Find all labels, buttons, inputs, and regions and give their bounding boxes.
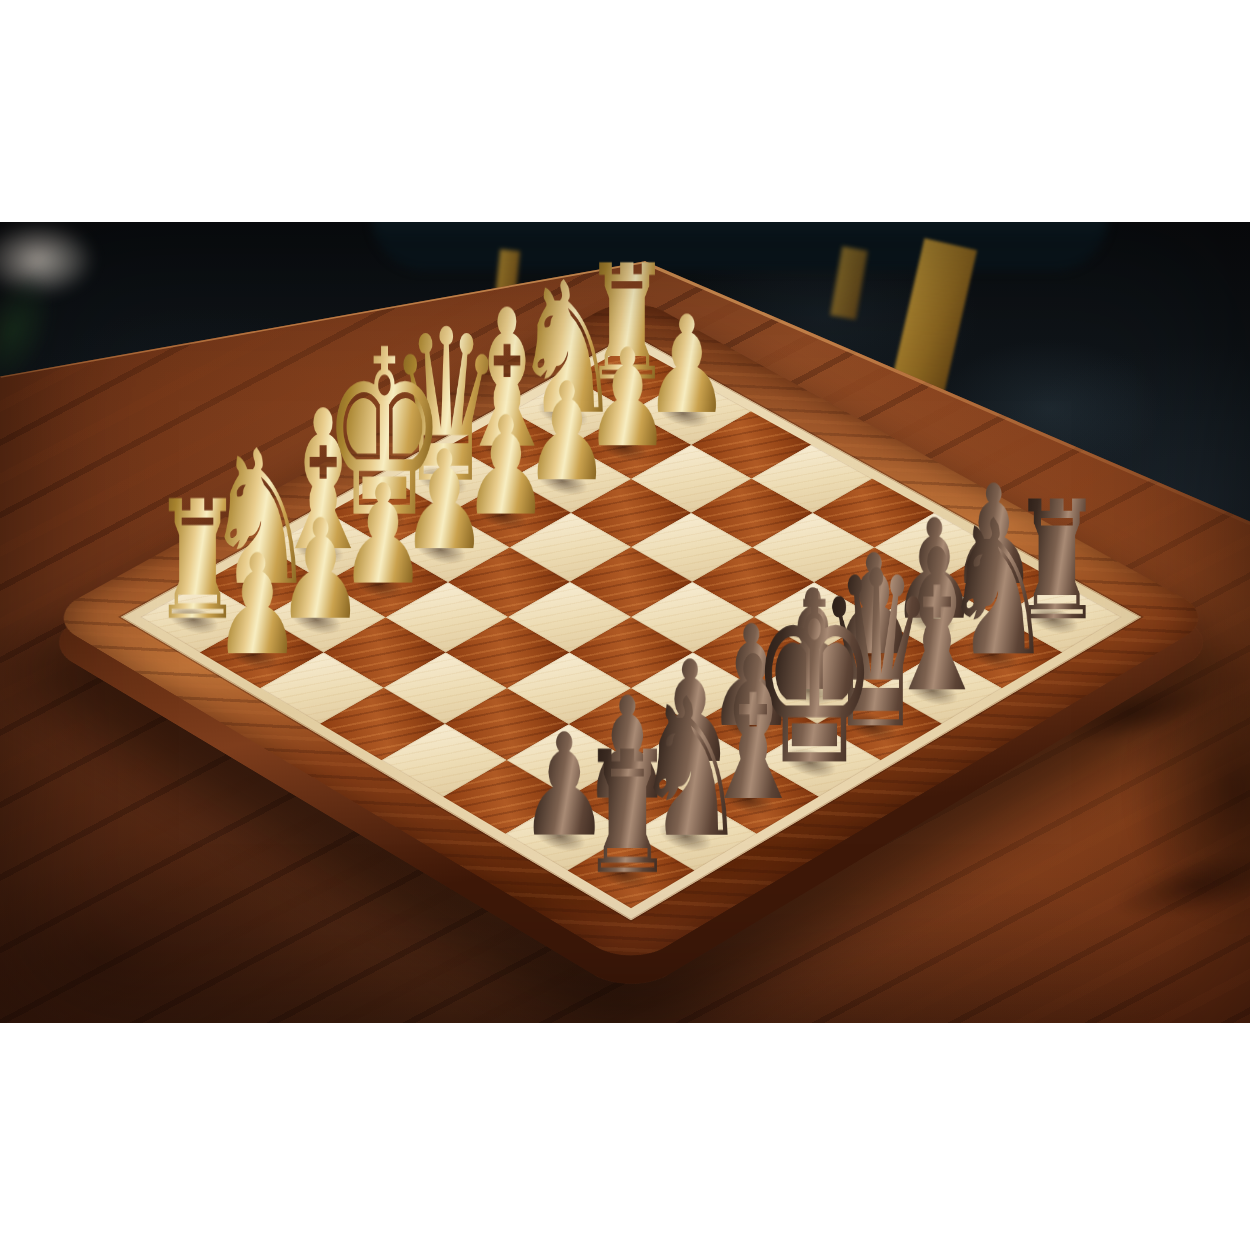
chair-seat — [372, 222, 1108, 270]
rook-icon: ♜ — [580, 729, 674, 898]
letterboxed-canvas: ♜♟♟♜♞♟♟♞♝♟♟♝♛♟♟♛♚♟♟♚♝♟♟♝♞♟♟♞♜♟♟♜ — [0, 0, 1250, 1250]
pawn-icon: ♟ — [213, 537, 302, 676]
photo-scene: ♜♟♟♜♞♟♟♞♝♟♟♝♛♟♟♛♚♟♟♚♝♟♟♝♞♟♟♞♜♟♟♜ — [0, 222, 1250, 1023]
